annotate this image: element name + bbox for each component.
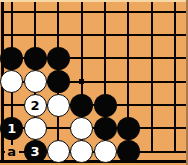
white-stone xyxy=(70,117,93,140)
grid-line-vertical xyxy=(174,2,176,153)
move-number-3: 3 xyxy=(24,140,47,163)
image-bevel-top xyxy=(0,0,188,2)
grid-line-vertical xyxy=(151,2,153,153)
white-stone xyxy=(47,94,70,117)
white-stone xyxy=(24,117,47,140)
white-stone xyxy=(24,70,47,93)
white-stone xyxy=(47,140,70,163)
star-point xyxy=(79,79,84,84)
black-stone xyxy=(47,47,70,70)
black-stone xyxy=(70,94,93,117)
grid-line-horizontal xyxy=(1,34,188,36)
black-stone xyxy=(24,47,47,70)
grid-line-horizontal xyxy=(1,11,188,13)
move-number-2: 2 xyxy=(24,94,47,117)
white-stone xyxy=(94,140,117,163)
black-stone xyxy=(117,117,140,140)
black-stone xyxy=(94,94,117,117)
black-stone xyxy=(117,140,140,163)
black-stone xyxy=(0,47,23,70)
black-stone xyxy=(94,117,117,140)
point-label-a: a xyxy=(5,145,19,159)
go-diagram: 123a xyxy=(0,0,188,165)
black-stone xyxy=(47,70,70,93)
image-bevel-right xyxy=(186,0,188,165)
white-stone xyxy=(0,70,23,93)
move-number-1: 1 xyxy=(0,117,23,140)
go-board: 123a xyxy=(0,0,188,165)
